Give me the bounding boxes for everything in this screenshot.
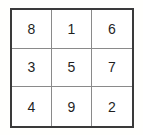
magic-square-board: 8 1 6 3 5 7 4 9 2: [10, 8, 134, 128]
grid-cell-r3c3: 2: [92, 87, 132, 126]
grid-cell-r1c3: 6: [92, 10, 132, 49]
grid-cell-r1c2: 1: [52, 10, 92, 49]
grid-cell-r2c2: 5: [52, 49, 92, 88]
grid-cell-r2c1: 3: [12, 49, 52, 88]
grid-cell-r3c1: 4: [12, 87, 52, 126]
grid-cell-r3c2: 9: [52, 87, 92, 126]
grid-cell-r2c3: 7: [92, 49, 132, 88]
grid-cell-r1c1: 8: [12, 10, 52, 49]
